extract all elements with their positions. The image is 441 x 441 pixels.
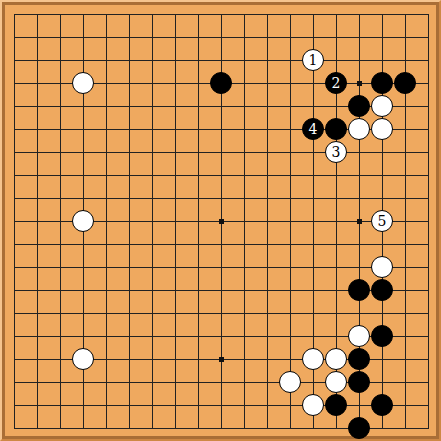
white-stone [72,348,94,370]
black-stone [348,371,370,393]
white-stone [72,72,94,94]
white-stone [72,210,94,232]
black-stone [371,325,393,347]
black-stone [394,72,416,94]
move-2-black-stone: 2 [325,72,347,94]
white-stone [371,118,393,140]
white-stone [325,348,347,370]
black-stone [371,72,393,94]
black-stone [210,72,232,94]
go-board-grid: 12435 [3,3,440,440]
black-stone [348,348,370,370]
white-stone [371,95,393,117]
black-stone [325,118,347,140]
white-stone [348,325,370,347]
white-stone [302,348,324,370]
white-stone [371,256,393,278]
move-4-black-stone: 4 [302,118,324,140]
black-stone [348,95,370,117]
white-stone [348,118,370,140]
black-stone [371,279,393,301]
move-3-white-stone: 3 [325,141,347,163]
white-stone [302,394,324,416]
move-5-white-stone: 5 [371,210,393,232]
move-number-label: 1 [309,53,318,67]
move-1-white-stone: 1 [302,49,324,71]
black-stone [325,394,347,416]
white-stone [279,371,301,393]
move-number-label: 2 [332,76,341,90]
go-board: 12435 [0,0,441,441]
black-stone [348,279,370,301]
black-stone [371,394,393,416]
black-stone [348,417,370,439]
move-number-label: 3 [332,145,341,159]
move-number-label: 4 [309,122,318,136]
white-stone [325,371,347,393]
move-number-label: 5 [378,214,387,228]
